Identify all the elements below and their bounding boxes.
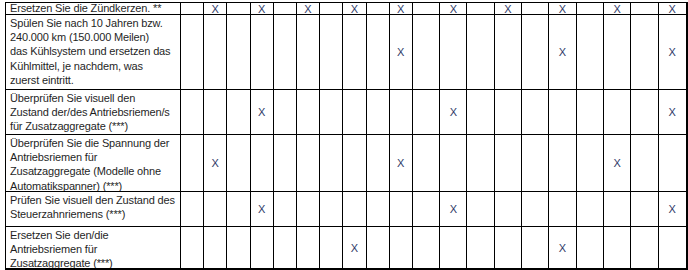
empty-cell (227, 90, 250, 135)
empty-cell (413, 3, 440, 15)
empty-cell (495, 15, 522, 90)
mark-cell: X (604, 3, 631, 15)
empty-cell (320, 192, 343, 227)
empty-cell (320, 90, 343, 135)
empty-cell (204, 227, 227, 268)
task-cell: Ersetzen Sie die Zündkerzen. ** (6, 3, 181, 15)
empty-cell (297, 90, 320, 135)
empty-cell (604, 90, 631, 135)
mark-cell: X (549, 15, 576, 90)
empty-cell (274, 192, 297, 227)
empty-cell (390, 90, 413, 135)
empty-cell (577, 90, 604, 135)
task-cell: Überprüfen Sie visuell den Zustand der/d… (6, 90, 181, 135)
empty-cell (549, 90, 576, 135)
empty-cell (181, 227, 204, 268)
empty-cell (251, 227, 274, 268)
empty-cell (251, 15, 274, 90)
empty-cell (522, 135, 549, 192)
empty-cell (320, 135, 343, 192)
empty-cell (659, 135, 686, 192)
empty-cell (440, 227, 467, 268)
empty-cell (274, 135, 297, 192)
empty-cell (631, 3, 658, 15)
mark-cell: X (297, 3, 320, 15)
task-cell: Ersetzen Sie den/die Antriebsriemen für … (6, 227, 181, 268)
mark-cell: X (251, 90, 274, 135)
mark-cell: X (204, 3, 227, 15)
mark-cell: X (440, 90, 467, 135)
empty-cell (413, 90, 440, 135)
empty-cell (631, 135, 658, 192)
empty-cell (522, 227, 549, 268)
empty-cell (227, 192, 250, 227)
empty-cell (367, 3, 390, 15)
empty-cell (467, 15, 494, 90)
task-cell: Spülen Sie nach 10 Jahren bzw. 240.000 k… (6, 15, 181, 90)
table-row: Ersetzen Sie die Zündkerzen. **XXXXXXXXX… (6, 3, 686, 15)
empty-cell (367, 227, 390, 268)
mark-cell: X (659, 192, 686, 227)
empty-cell (390, 192, 413, 227)
empty-cell (343, 192, 366, 227)
empty-cell (413, 192, 440, 227)
empty-cell (495, 227, 522, 268)
empty-cell (274, 227, 297, 268)
empty-cell (604, 227, 631, 268)
empty-cell (181, 15, 204, 90)
empty-cell (204, 15, 227, 90)
mark-cell: X (204, 135, 227, 192)
empty-cell (367, 192, 390, 227)
empty-cell (274, 15, 297, 90)
empty-cell (495, 135, 522, 192)
empty-cell (467, 90, 494, 135)
empty-cell (297, 15, 320, 90)
empty-cell (227, 135, 250, 192)
empty-cell (467, 3, 494, 15)
mark-cell: X (440, 3, 467, 15)
empty-cell (320, 227, 343, 268)
empty-cell (577, 15, 604, 90)
empty-cell (390, 227, 413, 268)
mark-cell: X (495, 3, 522, 15)
empty-cell (367, 15, 390, 90)
empty-cell (343, 15, 366, 90)
empty-cell (631, 192, 658, 227)
empty-cell (320, 3, 343, 15)
empty-cell (297, 192, 320, 227)
page: Ersetzen Sie die Zündkerzen. **XXXXXXXXX… (0, 0, 688, 270)
mark-cell: X (604, 135, 631, 192)
empty-cell (181, 192, 204, 227)
empty-cell (631, 90, 658, 135)
empty-cell (577, 3, 604, 15)
empty-cell (367, 135, 390, 192)
empty-cell (522, 3, 549, 15)
empty-cell (659, 227, 686, 268)
empty-cell (467, 227, 494, 268)
empty-cell (297, 227, 320, 268)
table-row: Ersetzen Sie den/die Antriebsriemen für … (6, 227, 686, 268)
empty-cell (440, 15, 467, 90)
empty-cell (604, 192, 631, 227)
mark-cell: X (390, 135, 413, 192)
table-row: Spülen Sie nach 10 Jahren bzw. 240.000 k… (6, 15, 686, 90)
empty-cell (631, 227, 658, 268)
mark-cell: X (343, 3, 366, 15)
empty-cell (227, 15, 250, 90)
empty-cell (181, 3, 204, 15)
empty-cell (227, 3, 250, 15)
task-cell: Prüfen Sie visuell den Zustand des Steue… (6, 192, 181, 227)
table-row: Überprüfen Sie visuell den Zustand der/d… (6, 90, 686, 135)
empty-cell (413, 135, 440, 192)
empty-cell (367, 90, 390, 135)
mark-cell: X (659, 15, 686, 90)
empty-cell (495, 192, 522, 227)
maintenance-table: Ersetzen Sie die Zündkerzen. **XXXXXXXXX… (5, 2, 688, 270)
mark-cell: X (251, 3, 274, 15)
empty-cell (251, 135, 274, 192)
empty-cell (577, 192, 604, 227)
mark-cell: X (440, 192, 467, 227)
empty-cell (522, 15, 549, 90)
empty-cell (297, 135, 320, 192)
empty-cell (604, 15, 631, 90)
empty-cell (522, 192, 549, 227)
empty-cell (320, 15, 343, 90)
empty-cell (549, 192, 576, 227)
empty-cell (204, 192, 227, 227)
empty-cell (440, 135, 467, 192)
mark-cell: X (659, 90, 686, 135)
empty-cell (577, 227, 604, 268)
mark-cell: X (390, 3, 413, 15)
mark-cell: X (549, 227, 576, 268)
table-row: Überprüfen Sie die Spannung der Antriebs… (6, 135, 686, 192)
table-row: Prüfen Sie visuell den Zustand des Steue… (6, 192, 686, 227)
empty-cell (343, 90, 366, 135)
empty-cell (467, 135, 494, 192)
empty-cell (181, 135, 204, 192)
empty-cell (549, 135, 576, 192)
mark-cell: X (659, 3, 686, 15)
empty-cell (522, 90, 549, 135)
empty-cell (227, 227, 250, 268)
empty-cell (181, 90, 204, 135)
task-cell: Überprüfen Sie die Spannung der Antriebs… (6, 135, 181, 192)
empty-cell (577, 135, 604, 192)
empty-cell (413, 15, 440, 90)
mark-cell: X (343, 227, 366, 268)
mark-cell: X (251, 192, 274, 227)
empty-cell (495, 90, 522, 135)
empty-cell (274, 3, 297, 15)
empty-cell (467, 192, 494, 227)
empty-cell (413, 227, 440, 268)
empty-cell (631, 15, 658, 90)
mark-cell: X (390, 15, 413, 90)
empty-cell (343, 135, 366, 192)
mark-cell: X (549, 3, 576, 15)
empty-cell (274, 90, 297, 135)
empty-cell (204, 90, 227, 135)
